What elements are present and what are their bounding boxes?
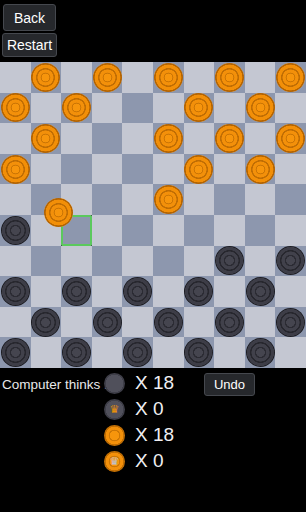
square-r7c3[interactable] xyxy=(92,276,123,307)
square-r7c7[interactable] xyxy=(214,276,245,307)
square-r5c9[interactable] xyxy=(275,215,306,246)
square-r7c2[interactable] xyxy=(61,276,92,307)
square-r0c8[interactable] xyxy=(245,62,276,93)
square-r1c7[interactable] xyxy=(214,93,245,124)
orange-piece[interactable] xyxy=(246,155,275,184)
square-r6c6[interactable] xyxy=(184,246,215,277)
orange-piece[interactable] xyxy=(276,63,305,92)
square-r9c8[interactable] xyxy=(245,337,276,368)
crown-icon xyxy=(104,399,125,420)
square-r3c2[interactable] xyxy=(61,154,92,185)
dark-piece[interactable] xyxy=(154,308,183,337)
square-r0c5[interactable] xyxy=(153,62,184,93)
orange-piece[interactable] xyxy=(154,124,183,153)
square-r0c4[interactable] xyxy=(122,62,153,93)
square-r0c1[interactable] xyxy=(31,62,62,93)
square-r5c3[interactable] xyxy=(92,215,123,246)
square-r1c4[interactable] xyxy=(122,93,153,124)
square-r6c0[interactable] xyxy=(0,246,31,277)
square-r2c6[interactable] xyxy=(184,123,215,154)
square-r0c0[interactable] xyxy=(0,62,31,93)
square-r2c9[interactable] xyxy=(275,123,306,154)
square-r3c8[interactable] xyxy=(245,154,276,185)
dark-piece[interactable] xyxy=(276,246,305,275)
square-r8c9[interactable] xyxy=(275,307,306,338)
square-r6c8[interactable] xyxy=(245,246,276,277)
square-r0c9[interactable] xyxy=(275,62,306,93)
crown-icon xyxy=(104,451,125,472)
square-r8c4[interactable] xyxy=(122,307,153,338)
square-r8c3[interactable] xyxy=(92,307,123,338)
square-r9c1[interactable] xyxy=(31,337,62,368)
square-r2c5[interactable] xyxy=(153,123,184,154)
square-r7c8[interactable] xyxy=(245,276,276,307)
orange-man-count: X 18 xyxy=(125,424,174,446)
orange-piece[interactable] xyxy=(154,63,183,92)
square-r4c0[interactable] xyxy=(0,184,31,215)
square-r3c6[interactable] xyxy=(184,154,215,185)
square-r5c5[interactable] xyxy=(153,215,184,246)
square-r9c9[interactable] xyxy=(275,337,306,368)
orange-man-icon xyxy=(104,425,125,446)
back-button[interactable]: Back xyxy=(3,4,56,31)
dark-piece[interactable] xyxy=(184,338,213,367)
dark-piece[interactable] xyxy=(215,308,244,337)
orange-piece[interactable] xyxy=(1,93,30,122)
square-r1c8[interactable] xyxy=(245,93,276,124)
dark-king-icon xyxy=(104,399,125,420)
square-r7c9[interactable] xyxy=(275,276,306,307)
dark-piece[interactable] xyxy=(1,277,30,306)
square-r9c7[interactable] xyxy=(214,337,245,368)
square-r4c8[interactable] xyxy=(245,184,276,215)
orange-piece[interactable] xyxy=(31,124,60,153)
tray-row-dark-man: X 18 xyxy=(104,370,174,396)
square-r3c5[interactable] xyxy=(153,154,184,185)
square-r3c4[interactable] xyxy=(122,154,153,185)
square-r5c6[interactable] xyxy=(184,215,215,246)
square-r6c5[interactable] xyxy=(153,246,184,277)
dark-piece[interactable] xyxy=(184,277,213,306)
orange-piece[interactable] xyxy=(184,155,213,184)
square-r5c0[interactable] xyxy=(0,215,31,246)
dark-piece[interactable] xyxy=(62,277,91,306)
square-r4c4[interactable] xyxy=(122,184,153,215)
piece-count-panel: X 18 X 0 X 18 X 0 xyxy=(104,370,174,474)
square-r2c7[interactable] xyxy=(214,123,245,154)
square-r2c3[interactable] xyxy=(92,123,123,154)
tray-row-orange-man: X 18 xyxy=(104,422,174,448)
square-r5c7[interactable] xyxy=(214,215,245,246)
square-r9c2[interactable] xyxy=(61,337,92,368)
orange-king-icon xyxy=(104,451,125,472)
square-r3c7[interactable] xyxy=(214,154,245,185)
square-r3c3[interactable] xyxy=(92,154,123,185)
dark-piece[interactable] xyxy=(123,338,152,367)
orange-piece[interactable] xyxy=(31,63,60,92)
orange-piece[interactable] xyxy=(215,124,244,153)
square-r8c8[interactable] xyxy=(245,307,276,338)
dark-piece[interactable] xyxy=(276,308,305,337)
square-r1c2[interactable] xyxy=(61,93,92,124)
square-r2c8[interactable] xyxy=(245,123,276,154)
square-r7c6[interactable] xyxy=(184,276,215,307)
dark-piece[interactable] xyxy=(246,277,275,306)
square-r9c4[interactable] xyxy=(122,337,153,368)
square-r6c4[interactable] xyxy=(122,246,153,277)
square-r8c1[interactable] xyxy=(31,307,62,338)
tray-row-orange-king: X 0 xyxy=(104,448,174,474)
square-r6c9[interactable] xyxy=(275,246,306,277)
board xyxy=(0,62,306,368)
restart-button[interactable]: Restart xyxy=(2,33,57,57)
orange-piece[interactable] xyxy=(246,93,275,122)
square-r4c3[interactable] xyxy=(92,184,123,215)
square-r4c5[interactable] xyxy=(153,184,184,215)
square-r9c3[interactable] xyxy=(92,337,123,368)
square-r8c0[interactable] xyxy=(0,307,31,338)
app-screen: Back Restart Computer thinks ... X 18 X … xyxy=(0,0,306,512)
square-r4c9[interactable] xyxy=(275,184,306,215)
square-r1c6[interactable] xyxy=(184,93,215,124)
dark-piece[interactable] xyxy=(246,338,275,367)
square-r3c9[interactable] xyxy=(275,154,306,185)
square-r5c4[interactable] xyxy=(122,215,153,246)
square-r5c8[interactable] xyxy=(245,215,276,246)
square-r7c5[interactable] xyxy=(153,276,184,307)
square-r2c2[interactable] xyxy=(61,123,92,154)
square-r9c0[interactable] xyxy=(0,337,31,368)
tray-row-dark-king: X 0 xyxy=(104,396,174,422)
undo-button[interactable]: Undo xyxy=(204,373,255,396)
square-r2c4[interactable] xyxy=(122,123,153,154)
orange-piece[interactable] xyxy=(154,185,183,214)
dark-piece[interactable] xyxy=(1,216,30,245)
dark-man-count: X 18 xyxy=(125,372,174,394)
dark-man-icon xyxy=(104,373,125,394)
square-r0c3[interactable] xyxy=(92,62,123,93)
orange-piece[interactable] xyxy=(215,63,244,92)
square-r1c9[interactable] xyxy=(275,93,306,124)
dark-piece[interactable] xyxy=(1,338,30,367)
orange-piece[interactable] xyxy=(62,93,91,122)
square-r0c7[interactable] xyxy=(214,62,245,93)
dark-piece[interactable] xyxy=(31,308,60,337)
square-r9c5[interactable] xyxy=(153,337,184,368)
dark-piece[interactable] xyxy=(93,308,122,337)
orange-king-count: X 0 xyxy=(125,450,164,472)
square-r3c1[interactable] xyxy=(31,154,62,185)
square-r8c2[interactable] xyxy=(61,307,92,338)
square-r2c1[interactable] xyxy=(31,123,62,154)
square-r1c3[interactable] xyxy=(92,93,123,124)
dark-king-count: X 0 xyxy=(125,398,164,420)
square-r7c0[interactable] xyxy=(0,276,31,307)
square-r8c5[interactable] xyxy=(153,307,184,338)
square-r0c2[interactable] xyxy=(61,62,92,93)
dark-piece[interactable] xyxy=(215,246,244,275)
moving-orange-piece[interactable] xyxy=(44,198,73,227)
square-r3c0[interactable] xyxy=(0,154,31,185)
square-r6c2[interactable] xyxy=(61,246,92,277)
orange-piece[interactable] xyxy=(276,124,305,153)
status-text: Computer thinks ... xyxy=(2,377,115,392)
square-r8c6[interactable] xyxy=(184,307,215,338)
orange-piece[interactable] xyxy=(93,63,122,92)
square-r6c1[interactable] xyxy=(31,246,62,277)
dark-piece[interactable] xyxy=(62,338,91,367)
square-r7c1[interactable] xyxy=(31,276,62,307)
square-r1c0[interactable] xyxy=(0,93,31,124)
square-r8c7[interactable] xyxy=(214,307,245,338)
square-r1c5[interactable] xyxy=(153,93,184,124)
dark-piece[interactable] xyxy=(123,277,152,306)
square-r2c0[interactable] xyxy=(0,123,31,154)
square-r6c3[interactable] xyxy=(92,246,123,277)
square-r7c4[interactable] xyxy=(122,276,153,307)
orange-piece[interactable] xyxy=(1,155,30,184)
square-r0c6[interactable] xyxy=(184,62,215,93)
square-r4c6[interactable] xyxy=(184,184,215,215)
square-r1c1[interactable] xyxy=(31,93,62,124)
square-r4c7[interactable] xyxy=(214,184,245,215)
square-r6c7[interactable] xyxy=(214,246,245,277)
orange-piece[interactable] xyxy=(184,93,213,122)
square-r9c6[interactable] xyxy=(184,337,215,368)
